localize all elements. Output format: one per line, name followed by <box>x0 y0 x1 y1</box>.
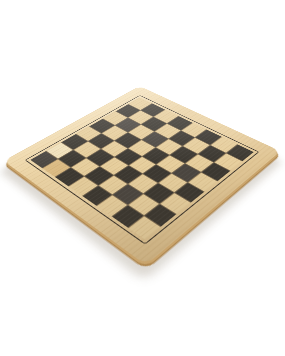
product-photo-canvas <box>0 0 285 356</box>
chess-board <box>3 86 280 265</box>
board-grid <box>30 98 253 240</box>
